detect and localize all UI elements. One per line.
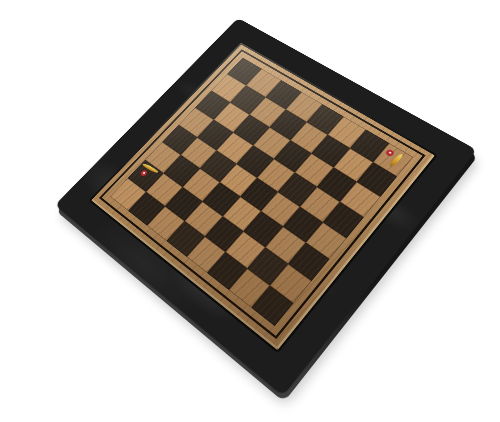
red-seal-icon	[139, 169, 148, 177]
photo-scene	[0, 0, 500, 422]
playing-surface	[91, 45, 435, 351]
chess-board	[55, 18, 477, 396]
gold-seal-icon	[388, 153, 404, 167]
red-seal-icon	[385, 148, 396, 157]
board-frame	[55, 18, 477, 396]
squares-grid	[110, 58, 413, 327]
